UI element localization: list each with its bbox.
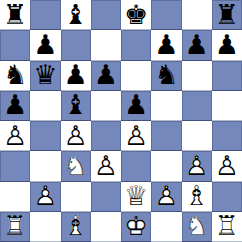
black-knight-icon[interactable]: ♞ [154,61,178,88]
white-pawn-icon[interactable]: ♟♙ [94,152,118,179]
square-e1[interactable]: ♚♔ [121,212,151,242]
white-pawn-icon[interactable]: ♟♙ [185,152,209,179]
square-h7[interactable]: ♟ [212,30,242,60]
black-king-icon[interactable]: ♚ [124,1,148,28]
square-d4[interactable] [91,121,121,151]
square-a2[interactable] [0,182,30,212]
square-b3[interactable] [30,151,60,181]
white-piece-outline: ♖ [3,210,27,241]
square-d1[interactable] [91,212,121,242]
square-f2[interactable]: ♟♙ [151,182,181,212]
black-pawn-icon[interactable]: ♟ [94,61,118,88]
white-pawn-icon[interactable]: ♟♙ [154,182,178,209]
square-c3[interactable]: ♞♘ [61,151,91,181]
square-a8[interactable]: ♜ [0,0,30,30]
square-a1[interactable]: ♜♖ [0,212,30,242]
square-g1[interactable]: ♞♘ [182,212,212,242]
square-c2[interactable] [61,182,91,212]
square-c7[interactable] [61,30,91,60]
black-pawn-icon[interactable]: ♟ [64,61,88,88]
square-b4[interactable] [30,121,60,151]
square-b5[interactable] [30,91,60,121]
square-g8[interactable] [182,0,212,30]
square-g4[interactable] [182,121,212,151]
square-c5[interactable]: ♝ [61,91,91,121]
white-rook-icon[interactable]: ♜♖ [3,212,27,239]
white-knight-icon[interactable]: ♞♘ [185,212,209,239]
black-pawn-icon[interactable]: ♟ [124,91,148,118]
white-piece-outline: ♙ [215,150,239,181]
square-e8[interactable]: ♚ [121,0,151,30]
square-g5[interactable] [182,91,212,121]
white-pawn-icon[interactable]: ♟♙ [33,182,57,209]
white-pawn-icon[interactable]: ♟♙ [3,122,27,149]
square-a3[interactable] [0,151,30,181]
square-h4[interactable] [212,121,242,151]
square-g6[interactable] [182,61,212,91]
square-f4[interactable] [151,121,181,151]
square-b8[interactable] [30,0,60,30]
square-g7[interactable]: ♟ [182,30,212,60]
square-d2[interactable] [91,182,121,212]
square-e4[interactable]: ♟♙ [121,121,151,151]
square-c8[interactable]: ♝ [61,0,91,30]
square-b2[interactable]: ♟♙ [30,182,60,212]
chess-board: ♜♝♚♜♟♟♟♟♞♛♟♟♞♟♝♟♟♙♟♙♟♙♞♘♟♙♟♙♟♙♟♙♛♕♟♙♝♗♜♖… [0,0,242,242]
square-f3[interactable] [151,151,181,181]
square-b7[interactable]: ♟ [30,30,60,60]
square-e3[interactable] [121,151,151,181]
square-f5[interactable] [151,91,181,121]
square-c6[interactable]: ♟ [61,61,91,91]
square-e6[interactable] [121,61,151,91]
white-piece-outline: ♙ [124,120,148,151]
white-king-icon[interactable]: ♚♔ [124,212,148,239]
square-b1[interactable] [30,212,60,242]
black-rook-icon[interactable]: ♜ [3,1,27,28]
white-piece-outline: ♙ [64,120,88,151]
black-bishop-icon[interactable]: ♝ [64,91,88,118]
white-pawn-icon[interactable]: ♟♙ [215,152,239,179]
white-piece-outline: ♗ [185,180,209,211]
white-piece-outline: ♘ [185,210,209,241]
square-g2[interactable]: ♝♗ [182,182,212,212]
square-f8[interactable] [151,0,181,30]
square-h2[interactable] [212,182,242,212]
square-h1[interactable]: ♜♖ [212,212,242,242]
square-h6[interactable] [212,61,242,91]
square-c4[interactable]: ♟♙ [61,121,91,151]
black-rook-icon[interactable]: ♜ [215,1,239,28]
white-piece-outline: ♙ [154,180,178,211]
square-d8[interactable] [91,0,121,30]
square-h8[interactable]: ♜ [212,0,242,30]
white-piece-outline: ♗ [64,210,88,241]
white-piece-outline: ♕ [124,180,148,211]
white-queen-icon[interactable]: ♛♕ [124,182,148,209]
black-pawn-icon[interactable]: ♟ [185,31,209,58]
square-c1[interactable]: ♝♗ [61,212,91,242]
black-pawn-icon[interactable]: ♟ [215,31,239,58]
square-h3[interactable]: ♟♙ [212,151,242,181]
square-e2[interactable]: ♛♕ [121,182,151,212]
square-f6[interactable]: ♞ [151,61,181,91]
white-piece-outline: ♙ [33,180,57,211]
square-a7[interactable] [0,30,30,60]
black-pawn-icon[interactable]: ♟ [154,31,178,58]
square-f1[interactable] [151,212,181,242]
white-piece-outline: ♘ [64,150,88,181]
white-bishop-icon[interactable]: ♝♗ [64,212,88,239]
white-piece-outline: ♙ [3,120,27,151]
white-piece-outline: ♖ [215,210,239,241]
square-d6[interactable]: ♟ [91,61,121,91]
square-g3[interactable]: ♟♙ [182,151,212,181]
white-piece-outline: ♙ [185,150,209,181]
black-queen-icon[interactable]: ♛ [33,61,57,88]
black-pawn-icon[interactable]: ♟ [3,91,27,118]
square-a6[interactable]: ♞ [0,61,30,91]
white-pawn-icon[interactable]: ♟♙ [64,122,88,149]
black-pawn-icon[interactable]: ♟ [33,31,57,58]
square-d7[interactable] [91,30,121,60]
square-d5[interactable] [91,91,121,121]
square-h5[interactable] [212,91,242,121]
white-knight-icon[interactable]: ♞♘ [64,152,88,179]
square-f7[interactable]: ♟ [151,30,181,60]
white-piece-outline: ♔ [124,210,148,241]
white-piece-outline: ♙ [94,150,118,181]
square-d3[interactable]: ♟♙ [91,151,121,181]
square-a4[interactable]: ♟♙ [0,121,30,151]
white-bishop-icon[interactable]: ♝♗ [185,182,209,209]
square-b6[interactable]: ♛ [30,61,60,91]
black-bishop-icon[interactable]: ♝ [64,1,88,28]
white-pawn-icon[interactable]: ♟♙ [124,122,148,149]
black-knight-icon[interactable]: ♞ [3,61,27,88]
square-a5[interactable]: ♟ [0,91,30,121]
square-e7[interactable] [121,30,151,60]
square-e5[interactable]: ♟ [121,91,151,121]
white-rook-icon[interactable]: ♜♖ [215,212,239,239]
